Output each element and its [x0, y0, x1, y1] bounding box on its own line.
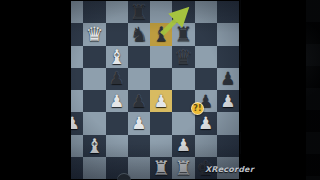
- square-d8[interactable]: ♜: [128, 1, 150, 23]
- square-f3[interactable]: [172, 112, 194, 134]
- black-rook[interactable]: ♜: [174, 24, 192, 44]
- cut-off-piece-top: [117, 173, 131, 180]
- square-b4[interactable]: [83, 90, 105, 112]
- move-quality-badge: ?!: [191, 102, 204, 115]
- white-pawn[interactable]: ♟: [109, 93, 124, 110]
- white-pawn[interactable]: ♟: [131, 115, 146, 132]
- white-pawn[interactable]: ♟: [220, 93, 235, 110]
- square-h7[interactable]: [217, 23, 239, 45]
- square-c8[interactable]: [106, 1, 128, 23]
- white-pawn[interactable]: ♟: [176, 137, 191, 154]
- square-h2[interactable]: [217, 135, 239, 157]
- white-queen[interactable]: ♛: [85, 24, 103, 44]
- square-f6[interactable]: ♛: [172, 46, 194, 68]
- square-e8[interactable]: [150, 1, 172, 23]
- letterbox-right: [241, 0, 306, 180]
- square-c2[interactable]: [106, 135, 128, 157]
- chess-board[interactable]: 8♜7♛♞♝♜6♝♛5♟♟4♟♟♟♟♟♟3♟♟2♝♟1♜♜♚: [61, 1, 239, 179]
- square-h6[interactable]: [217, 46, 239, 68]
- square-e6[interactable]: [150, 46, 172, 68]
- square-b7[interactable]: ♛: [83, 23, 105, 45]
- square-h4[interactable]: ♟: [217, 90, 239, 112]
- white-rook[interactable]: ♜: [174, 158, 192, 178]
- square-c5[interactable]: ♟: [106, 68, 128, 90]
- square-b5[interactable]: [83, 68, 105, 90]
- square-c4[interactable]: ♟: [106, 90, 128, 112]
- square-d2[interactable]: [128, 135, 150, 157]
- square-c6[interactable]: ♝: [106, 46, 128, 68]
- square-e3[interactable]: [150, 112, 172, 134]
- square-d4[interactable]: ♟: [128, 90, 150, 112]
- square-h8[interactable]: [217, 1, 239, 23]
- square-g5[interactable]: [195, 68, 217, 90]
- square-b2[interactable]: ♝: [83, 135, 105, 157]
- square-e4[interactable]: ♟: [150, 90, 172, 112]
- black-queen[interactable]: ♛: [174, 47, 192, 67]
- square-b1[interactable]: [83, 157, 105, 179]
- screenshot-stage: 8♜7♛♞♝♜6♝♛5♟♟4♟♟♟♟♟♟3♟♟2♝♟1♜♜♚ ?! XRecor…: [0, 0, 320, 180]
- square-e5[interactable]: [150, 68, 172, 90]
- square-c3[interactable]: [106, 112, 128, 134]
- square-g3[interactable]: ♟: [195, 112, 217, 134]
- square-d5[interactable]: [128, 68, 150, 90]
- white-rook[interactable]: ♜: [152, 158, 170, 178]
- black-pawn[interactable]: ♟: [220, 70, 235, 87]
- black-pawn[interactable]: ♟: [131, 93, 146, 110]
- square-d3[interactable]: ♟: [128, 112, 150, 134]
- black-rook[interactable]: ♜: [130, 2, 148, 22]
- square-f1[interactable]: ♜: [172, 157, 194, 179]
- square-d7[interactable]: ♞: [128, 23, 150, 45]
- square-c7[interactable]: [106, 23, 128, 45]
- square-g8[interactable]: [195, 1, 217, 23]
- square-h5[interactable]: ♟: [217, 68, 239, 90]
- square-b3[interactable]: [83, 112, 105, 134]
- square-e2[interactable]: [150, 135, 172, 157]
- square-b8[interactable]: [83, 1, 105, 23]
- white-bishop[interactable]: ♝: [85, 136, 103, 156]
- square-f7[interactable]: ♜: [172, 23, 194, 45]
- square-g2[interactable]: [195, 135, 217, 157]
- square-b6[interactable]: [83, 46, 105, 68]
- square-f2[interactable]: ♟: [172, 135, 194, 157]
- square-h3[interactable]: [217, 112, 239, 134]
- square-d6[interactable]: [128, 46, 150, 68]
- white-bishop[interactable]: ♝: [108, 47, 126, 67]
- letterbox-left: [0, 0, 71, 180]
- square-f5[interactable]: [172, 68, 194, 90]
- square-g7[interactable]: [195, 23, 217, 45]
- square-e1[interactable]: ♜: [150, 157, 172, 179]
- white-pawn[interactable]: ♟: [198, 115, 213, 132]
- square-e7[interactable]: ♝: [150, 23, 172, 45]
- square-f8[interactable]: [172, 1, 194, 23]
- square-g6[interactable]: [195, 46, 217, 68]
- xrecorder-watermark: XRecorder: [205, 165, 254, 174]
- black-pawn[interactable]: ♟: [109, 70, 124, 87]
- square-d1[interactable]: [128, 157, 150, 179]
- black-bishop[interactable]: ♝: [152, 24, 170, 44]
- white-pawn[interactable]: ♟: [154, 93, 169, 110]
- black-knight[interactable]: ♞: [130, 24, 148, 44]
